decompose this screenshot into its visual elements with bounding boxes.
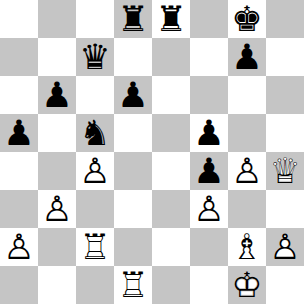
square-d5[interactable] [114,114,152,152]
white-pawn-piece: ♟♙ [0,228,38,266]
black-rook-piece: ♜ [114,0,152,38]
black-pawn-piece: ♟ [190,114,228,152]
square-e6[interactable] [152,76,190,114]
square-b8[interactable] [38,0,76,38]
square-e3[interactable] [152,190,190,228]
square-g4[interactable]: ♟♙ [228,152,266,190]
black-pawn-piece: ♟ [114,76,152,114]
square-d6[interactable]: ♟ [114,76,152,114]
square-e8[interactable]: ♜ [152,0,190,38]
square-b2[interactable] [38,228,76,266]
square-c3[interactable] [76,190,114,228]
square-g1[interactable]: ♚♔ [228,266,266,304]
square-h3[interactable] [266,190,304,228]
square-g7[interactable]: ♟ [228,38,266,76]
white-queen-piece: ♛♕ [266,152,304,190]
square-h5[interactable] [266,114,304,152]
square-a8[interactable] [0,0,38,38]
square-f6[interactable] [190,76,228,114]
black-king-piece: ♚ [228,0,266,38]
square-f7[interactable] [190,38,228,76]
square-g6[interactable] [228,76,266,114]
black-pawn-piece: ♟ [190,152,228,190]
square-d8[interactable]: ♜ [114,0,152,38]
square-g2[interactable]: ♝♗ [228,228,266,266]
square-e5[interactable] [152,114,190,152]
square-c4[interactable]: ♟♙ [76,152,114,190]
white-pawn-piece: ♟♙ [228,152,266,190]
square-a6[interactable] [0,76,38,114]
square-e4[interactable] [152,152,190,190]
square-h2[interactable]: ♟♙ [266,228,304,266]
white-king-piece: ♚♔ [228,266,266,304]
square-f8[interactable] [190,0,228,38]
square-c2[interactable]: ♜♖ [76,228,114,266]
square-c1[interactable] [76,266,114,304]
square-h4[interactable]: ♛♕ [266,152,304,190]
square-h1[interactable] [266,266,304,304]
square-h6[interactable] [266,76,304,114]
square-f2[interactable] [190,228,228,266]
black-knight-piece: ♞ [76,114,114,152]
square-a5[interactable]: ♟ [0,114,38,152]
square-d3[interactable] [114,190,152,228]
square-e7[interactable] [152,38,190,76]
square-d7[interactable] [114,38,152,76]
square-f1[interactable] [190,266,228,304]
square-g5[interactable] [228,114,266,152]
square-f4[interactable]: ♟ [190,152,228,190]
square-c7[interactable]: ♛ [76,38,114,76]
black-pawn-piece: ♟ [0,114,38,152]
square-c8[interactable] [76,0,114,38]
square-h7[interactable] [266,38,304,76]
square-c5[interactable]: ♞ [76,114,114,152]
square-g3[interactable] [228,190,266,228]
square-b1[interactable] [38,266,76,304]
square-d4[interactable] [114,152,152,190]
white-pawn-piece: ♟♙ [266,228,304,266]
white-bishop-piece: ♝♗ [228,228,266,266]
white-rook-piece: ♜♖ [114,266,152,304]
square-c6[interactable] [76,76,114,114]
square-f3[interactable]: ♟♙ [190,190,228,228]
square-b7[interactable] [38,38,76,76]
square-a3[interactable] [0,190,38,228]
black-rook-piece: ♜ [152,0,190,38]
square-a2[interactable]: ♟♙ [0,228,38,266]
white-pawn-piece: ♟♙ [38,190,76,228]
square-e2[interactable] [152,228,190,266]
square-b3[interactable]: ♟♙ [38,190,76,228]
square-a7[interactable] [0,38,38,76]
square-b5[interactable] [38,114,76,152]
square-d1[interactable]: ♜♖ [114,266,152,304]
black-pawn-piece: ♟ [228,38,266,76]
square-e1[interactable] [152,266,190,304]
square-b4[interactable] [38,152,76,190]
square-a1[interactable] [0,266,38,304]
square-b6[interactable]: ♟ [38,76,76,114]
square-a4[interactable] [0,152,38,190]
chess-board: ♜♜♚♛♟♟♟♟♞♟♟♙♟♟♙♛♕♟♙♟♙♟♙♜♖♝♗♟♙♜♖♚♔ [0,0,304,304]
black-pawn-piece: ♟ [38,76,76,114]
square-g8[interactable]: ♚ [228,0,266,38]
square-d2[interactable] [114,228,152,266]
white-pawn-piece: ♟♙ [76,152,114,190]
white-rook-piece: ♜♖ [76,228,114,266]
white-pawn-piece: ♟♙ [190,190,228,228]
square-f5[interactable]: ♟ [190,114,228,152]
black-queen-piece: ♛ [76,38,114,76]
square-h8[interactable] [266,0,304,38]
